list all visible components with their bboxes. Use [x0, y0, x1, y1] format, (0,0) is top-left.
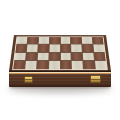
clasp-seam — [91, 79, 100, 80]
board-square-r2c6 — [83, 52, 94, 60]
board-square-r2c2 — [37, 52, 48, 60]
chess-box-front-panel — [9, 71, 111, 87]
board-square-r2c5 — [72, 52, 83, 60]
board-square-r3c0 — [13, 61, 25, 69]
product-photo-chess-box — [0, 0, 120, 120]
board-square-r3c2 — [37, 61, 48, 69]
board-square-r0c4 — [60, 37, 70, 44]
board-square-r2c7 — [94, 52, 105, 60]
board-square-r1c0 — [15, 44, 26, 51]
board-square-r1c3 — [49, 44, 59, 51]
checkerboard — [13, 37, 106, 69]
board-square-r1c1 — [27, 44, 38, 51]
board-square-r3c7 — [95, 61, 107, 69]
board-square-r0c2 — [38, 37, 48, 44]
board-square-r2c4 — [60, 52, 71, 60]
clasp-seam — [25, 79, 32, 80]
brass-clasp-right — [90, 75, 101, 83]
board-square-r1c2 — [38, 44, 49, 51]
board-square-r1c6 — [82, 44, 93, 51]
board-square-r2c0 — [14, 52, 25, 60]
board-square-r2c3 — [49, 52, 60, 60]
board-square-r0c5 — [71, 37, 81, 44]
board-square-r1c4 — [60, 44, 70, 51]
board-square-r3c5 — [72, 61, 83, 69]
board-square-r3c4 — [60, 61, 71, 69]
board-square-r0c1 — [27, 37, 38, 44]
board-square-r3c3 — [49, 61, 60, 69]
board-square-r0c6 — [82, 37, 93, 44]
board-square-r3c6 — [84, 61, 95, 69]
board-square-r1c5 — [71, 44, 82, 51]
board-square-r0c0 — [16, 37, 27, 44]
brass-clasp-left — [24, 76, 33, 83]
board-square-r1c7 — [94, 44, 105, 51]
board-square-r0c7 — [93, 37, 104, 44]
board-square-r2c1 — [26, 52, 37, 60]
board-square-r0c3 — [49, 37, 59, 44]
board-square-r3c1 — [25, 61, 36, 69]
chess-box-lid — [9, 35, 111, 71]
